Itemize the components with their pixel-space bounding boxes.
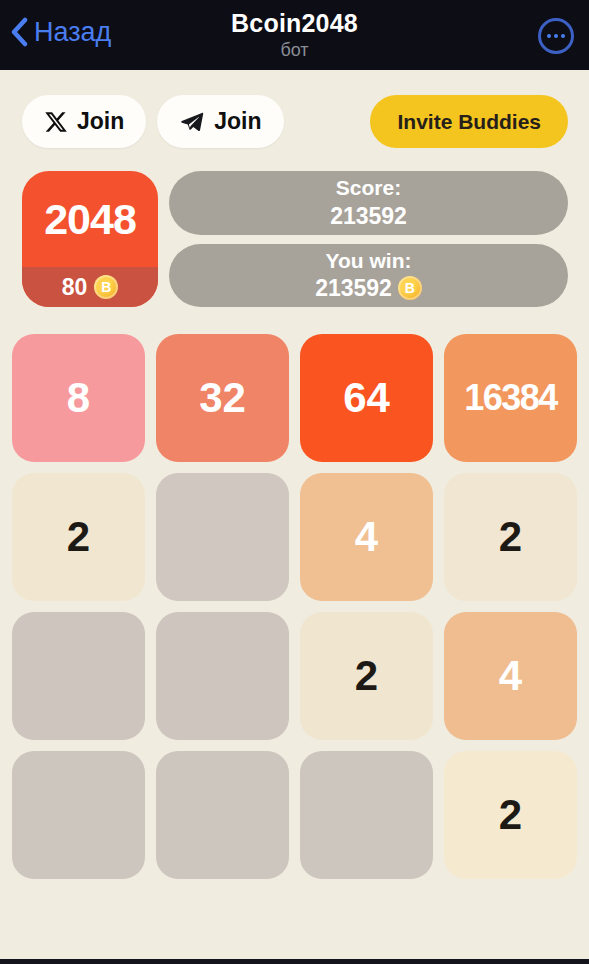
tile-r4c1-empty — [12, 751, 145, 879]
scoreboard: 2048 80 B Score: 213592 You win: 213592 … — [0, 148, 589, 307]
telegram-header: Назад Bcoin2048 бот — [0, 0, 589, 70]
invite-buddies-button[interactable]: Invite Buddies — [370, 95, 568, 148]
tile-r1c1-8: 8 — [12, 334, 145, 462]
tile-r2c2-empty — [156, 473, 289, 601]
invite-buddies-label: Invite Buddies — [397, 110, 541, 134]
logo-2048-tile: 2048 — [22, 171, 158, 267]
win-label: You win: — [326, 248, 412, 274]
tile-r4c3-empty — [300, 751, 433, 879]
tile-r4c4-2: 2 — [444, 751, 577, 879]
actions-row: Join Join Invite Buddies — [0, 70, 589, 148]
game-board-4x4[interactable]: 8326416384242242 — [0, 307, 589, 879]
score-pill: Score: 213592 — [169, 171, 568, 235]
chat-title-box: Bcoin2048 бот — [231, 0, 358, 61]
tile-r3c1-empty — [12, 612, 145, 740]
tile-r3c3-2: 2 — [300, 612, 433, 740]
tile-r3c2-empty — [156, 612, 289, 740]
join-telegram-button[interactable]: Join — [157, 95, 283, 148]
tile-r1c4-16384: 16384 — [444, 334, 577, 462]
bitcoin-coin-icon: B — [94, 275, 118, 299]
score-label: Score: — [336, 175, 401, 201]
tile-r1c3-64: 64 — [300, 334, 433, 462]
bitcoin-coin-icon: B — [398, 276, 422, 300]
ellipsis-icon — [547, 34, 551, 38]
tile-r3c4-4: 4 — [444, 612, 577, 740]
home-indicator-bar — [0, 959, 589, 964]
join-telegram-label: Join — [214, 108, 261, 135]
tile-r2c3-4: 4 — [300, 473, 433, 601]
join-x-label: Join — [77, 108, 124, 135]
join-x-button[interactable]: Join — [22, 95, 146, 148]
tile-r2c4-2: 2 — [444, 473, 577, 601]
app-screen: Назад Bcoin2048 бот Join Join — [0, 0, 589, 964]
tile-r1c2-32: 32 — [156, 334, 289, 462]
page-title: Bcoin2048 — [231, 9, 358, 38]
telegram-plane-icon — [179, 109, 205, 135]
tile-r4c2-empty — [156, 751, 289, 879]
back-button[interactable]: Назад — [10, 0, 111, 64]
score-value: 213592 — [330, 202, 407, 231]
back-label: Назад — [34, 17, 111, 48]
stats-column: Score: 213592 You win: 213592 B — [169, 171, 568, 307]
game-logo-card: 2048 80 B — [22, 171, 158, 307]
win-pill: You win: 213592 B — [169, 244, 568, 308]
x-twitter-icon — [44, 110, 68, 134]
tile-r2c1-2: 2 — [12, 473, 145, 601]
bot-subtitle: бот — [231, 40, 358, 61]
coin-balance-strip: 80 B — [22, 267, 158, 307]
coin-balance-value: 80 — [62, 274, 88, 301]
more-options-button[interactable] — [538, 18, 574, 54]
chevron-left-icon — [10, 17, 28, 47]
win-value: 213592 — [315, 274, 392, 303]
